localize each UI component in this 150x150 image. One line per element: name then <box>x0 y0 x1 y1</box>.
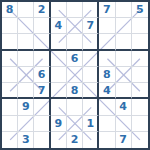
cell-r1c8[interactable] <box>116 2 132 18</box>
cell-r2c3[interactable] <box>34 18 50 34</box>
cell-r2c2[interactable] <box>18 18 34 34</box>
cell-r5c8[interactable] <box>116 67 132 83</box>
cell-r4c6[interactable] <box>83 51 99 67</box>
cell-r5c4[interactable] <box>51 67 67 83</box>
cell-r9c3[interactable] <box>34 132 50 148</box>
cell-r1c7[interactable]: 7 <box>99 2 115 18</box>
cell-r1c2[interactable] <box>18 2 34 18</box>
cell-r4c2[interactable] <box>18 51 34 67</box>
cell-r2c8[interactable] <box>116 18 132 34</box>
cell-r2c1[interactable] <box>2 18 18 34</box>
cell-r7c1[interactable] <box>2 99 18 115</box>
cell-r5c9[interactable] <box>132 67 148 83</box>
cell-r6c4[interactable] <box>51 83 67 99</box>
cell-r9c9[interactable] <box>132 132 148 148</box>
cell-r2c4[interactable]: 4 <box>51 18 67 34</box>
cell-r8c2[interactable] <box>18 116 34 132</box>
cell-r9c4[interactable] <box>51 132 67 148</box>
cell-r3c9[interactable] <box>132 34 148 50</box>
cell-r1c1[interactable]: 8 <box>2 2 18 18</box>
cell-r8c5[interactable] <box>67 116 83 132</box>
sudoku-grid: 8275476687849491327 <box>2 2 148 148</box>
cell-r3c4[interactable] <box>51 34 67 50</box>
cell-r8c7[interactable] <box>99 116 115 132</box>
cell-r6c9[interactable] <box>132 83 148 99</box>
cell-r5c7[interactable]: 8 <box>99 67 115 83</box>
cell-r1c9[interactable]: 5 <box>132 2 148 18</box>
cell-r9c2[interactable]: 3 <box>18 132 34 148</box>
cell-r3c2[interactable] <box>18 34 34 50</box>
cell-r9c1[interactable] <box>2 132 18 148</box>
cell-r5c5[interactable] <box>67 67 83 83</box>
cell-r6c1[interactable] <box>2 83 18 99</box>
cell-r7c4[interactable] <box>51 99 67 115</box>
cell-r6c6[interactable] <box>83 83 99 99</box>
cell-r1c3[interactable]: 2 <box>34 2 50 18</box>
cell-r4c4[interactable] <box>51 51 67 67</box>
cell-r6c2[interactable] <box>18 83 34 99</box>
cell-r2c9[interactable] <box>132 18 148 34</box>
cell-r8c3[interactable] <box>34 116 50 132</box>
cell-r8c8[interactable] <box>116 116 132 132</box>
cell-r8c1[interactable] <box>2 116 18 132</box>
cell-r1c5[interactable] <box>67 2 83 18</box>
cell-r3c3[interactable] <box>34 34 50 50</box>
cell-r6c3[interactable]: 7 <box>34 83 50 99</box>
cell-r3c5[interactable] <box>67 34 83 50</box>
cell-r7c7[interactable] <box>99 99 115 115</box>
cell-r4c9[interactable] <box>132 51 148 67</box>
cell-r5c3[interactable]: 6 <box>34 67 50 83</box>
cell-r9c7[interactable] <box>99 132 115 148</box>
cell-r3c8[interactable] <box>116 34 132 50</box>
cell-r9c5[interactable]: 2 <box>67 132 83 148</box>
cell-r2c6[interactable]: 7 <box>83 18 99 34</box>
cell-r4c3[interactable] <box>34 51 50 67</box>
cell-r1c6[interactable] <box>83 2 99 18</box>
cell-r3c7[interactable] <box>99 34 115 50</box>
sudoku-board: 8275476687849491327 <box>0 0 150 150</box>
cell-r7c9[interactable] <box>132 99 148 115</box>
cell-r7c2[interactable]: 9 <box>18 99 34 115</box>
cell-r7c8[interactable]: 4 <box>116 99 132 115</box>
cell-r3c1[interactable] <box>2 34 18 50</box>
cell-r8c6[interactable]: 1 <box>83 116 99 132</box>
cell-r5c1[interactable] <box>2 67 18 83</box>
cell-r3c6[interactable] <box>83 34 99 50</box>
cell-r8c4[interactable]: 9 <box>51 116 67 132</box>
cell-r6c7[interactable]: 4 <box>99 83 115 99</box>
cell-r5c2[interactable] <box>18 67 34 83</box>
cell-r9c8[interactable]: 7 <box>116 132 132 148</box>
cell-r8c9[interactable] <box>132 116 148 132</box>
cell-r7c5[interactable] <box>67 99 83 115</box>
cell-r4c1[interactable] <box>2 51 18 67</box>
cell-r4c7[interactable] <box>99 51 115 67</box>
cell-r7c6[interactable] <box>83 99 99 115</box>
cell-r6c8[interactable] <box>116 83 132 99</box>
cell-r6c5[interactable]: 8 <box>67 83 83 99</box>
cell-r7c3[interactable] <box>34 99 50 115</box>
cell-r2c5[interactable] <box>67 18 83 34</box>
cell-r1c4[interactable] <box>51 2 67 18</box>
cell-r4c8[interactable] <box>116 51 132 67</box>
cell-r9c6[interactable] <box>83 132 99 148</box>
cell-r2c7[interactable] <box>99 18 115 34</box>
cell-r4c5[interactable]: 6 <box>67 51 83 67</box>
cell-r5c6[interactable] <box>83 67 99 83</box>
